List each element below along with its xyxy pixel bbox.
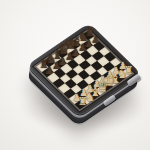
piece-white-rook[interactable]: ♜ (78, 97, 88, 107)
photo-backdrop: ♜♞♝♛♚♝♞♜♟♟♟♟♟♟♟♟♟♟♟♟♟♟♟♟♜♞♝♛♚♝♞♜ (0, 0, 150, 150)
